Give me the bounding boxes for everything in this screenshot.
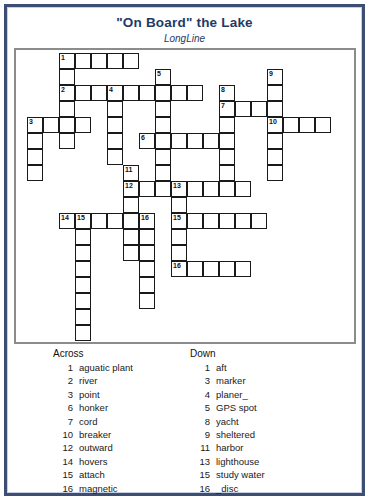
grid-cell[interactable] bbox=[75, 261, 91, 277]
grid-cell[interactable] bbox=[219, 117, 235, 133]
grid-cell[interactable]: 5 bbox=[155, 69, 171, 85]
grid-cell[interactable] bbox=[107, 53, 123, 69]
grid-cell[interactable] bbox=[283, 117, 299, 133]
clue-item: 3marker bbox=[190, 374, 265, 387]
cell-number: 4 bbox=[109, 86, 113, 94]
grid-cell[interactable] bbox=[123, 229, 139, 245]
grid-cell[interactable] bbox=[235, 181, 251, 197]
grid-cell[interactable] bbox=[107, 117, 123, 133]
grid-cell[interactable] bbox=[267, 149, 283, 165]
clue-item: 2river bbox=[53, 374, 133, 387]
grid-cell[interactable] bbox=[219, 133, 235, 149]
clue-item: 3point bbox=[53, 388, 133, 401]
clue-number: 7 bbox=[53, 415, 73, 428]
clue-text: honker bbox=[79, 401, 108, 414]
grid-cell[interactable] bbox=[235, 213, 251, 229]
puzzle-page: "On Board" the Lake LongLine 15924873106… bbox=[4, 4, 365, 496]
grid-cell[interactable]: 7 bbox=[219, 101, 235, 117]
grid-cell[interactable] bbox=[155, 133, 171, 149]
clue-item: 8yacht bbox=[190, 415, 265, 428]
clue-number: 3 bbox=[190, 374, 210, 387]
grid-cell[interactable] bbox=[171, 85, 187, 101]
clue-number: 6 bbox=[53, 401, 73, 414]
cell-number: 15 bbox=[173, 214, 181, 222]
grid-cell[interactable]: 11 bbox=[123, 165, 139, 181]
grid-cell[interactable]: 6 bbox=[139, 133, 155, 149]
grid-cell[interactable] bbox=[59, 69, 75, 85]
clue-text: breaker bbox=[79, 428, 111, 441]
grid-cell[interactable] bbox=[43, 117, 59, 133]
grid-cell[interactable] bbox=[75, 245, 91, 261]
clue-text: hovers bbox=[79, 455, 108, 468]
clue-text: _disc bbox=[216, 482, 238, 495]
grid-cell[interactable]: 2 bbox=[59, 85, 75, 101]
clue-text: cord bbox=[79, 415, 97, 428]
clue-number: 3 bbox=[53, 388, 73, 401]
clue-item: 16_disc bbox=[190, 482, 265, 495]
grid-cell[interactable] bbox=[59, 101, 75, 117]
grid-cell[interactable] bbox=[171, 245, 187, 261]
cell-number: 3 bbox=[29, 118, 33, 126]
grid-cell[interactable] bbox=[107, 213, 123, 229]
grid-cell[interactable] bbox=[75, 229, 91, 245]
grid-cell[interactable] bbox=[155, 117, 171, 133]
grid-cell[interactable] bbox=[219, 213, 235, 229]
grid-cell[interactable] bbox=[123, 245, 139, 261]
grid-cell[interactable]: 13 bbox=[171, 181, 187, 197]
grid-cell[interactable]: 14 bbox=[59, 213, 75, 229]
across-header: Across bbox=[53, 347, 133, 361]
grid-cell[interactable] bbox=[203, 261, 219, 277]
cell-number: 13 bbox=[173, 182, 181, 190]
grid-cell[interactable] bbox=[171, 197, 187, 213]
grid-cell[interactable] bbox=[27, 165, 43, 181]
across-clue-list: 1aguatic plant2river3point6honker7cord10… bbox=[53, 361, 133, 495]
clue-item: 1aguatic plant bbox=[53, 361, 133, 374]
clue-number: 9 bbox=[190, 428, 210, 441]
grid-cell[interactable] bbox=[171, 229, 187, 245]
grid-cell[interactable] bbox=[187, 133, 203, 149]
clue-text: aft bbox=[216, 361, 227, 374]
cell-number: 6 bbox=[141, 134, 145, 142]
grid-cell[interactable] bbox=[203, 213, 219, 229]
clue-number: 1 bbox=[190, 361, 210, 374]
down-clue-column: Down 1aft3marker4planer_5GPS spot8yacht9… bbox=[190, 347, 265, 495]
cell-number: 14 bbox=[61, 214, 69, 222]
clue-number: 1 bbox=[53, 361, 73, 374]
cell-number: 8 bbox=[221, 86, 225, 94]
grid-cell[interactable] bbox=[107, 101, 123, 117]
clue-item: 16magnetic bbox=[53, 482, 133, 495]
crossword-grid: 159248731061112131415161516 bbox=[27, 53, 331, 341]
clue-number: 13 bbox=[190, 455, 210, 468]
clue-item: 15study water bbox=[190, 468, 265, 481]
clue-number: 16 bbox=[190, 482, 210, 495]
grid-cell[interactable] bbox=[251, 213, 267, 229]
cell-number: 11 bbox=[125, 166, 132, 174]
grid-cell[interactable] bbox=[219, 261, 235, 277]
clue-number: 8 bbox=[190, 415, 210, 428]
grid-cell[interactable] bbox=[139, 181, 155, 197]
clue-item: 12outward bbox=[53, 441, 133, 454]
cell-number: 9 bbox=[269, 70, 273, 78]
grid-cell[interactable] bbox=[187, 181, 203, 197]
clue-text: marker bbox=[216, 374, 246, 387]
grid-cell[interactable] bbox=[187, 213, 203, 229]
cell-number: 16 bbox=[173, 262, 181, 270]
grid-cell[interactable]: 8 bbox=[219, 85, 235, 101]
clue-text: river bbox=[79, 374, 97, 387]
grid-cell[interactable] bbox=[59, 133, 75, 149]
clue-text: planer_ bbox=[216, 388, 248, 401]
grid-cell[interactable] bbox=[267, 85, 283, 101]
cell-number: 16 bbox=[141, 214, 149, 222]
grid-cell[interactable] bbox=[139, 229, 155, 245]
grid-cell[interactable] bbox=[27, 133, 43, 149]
clue-number: 15 bbox=[53, 468, 73, 481]
grid-cell[interactable] bbox=[123, 197, 139, 213]
clue-number: 11 bbox=[190, 441, 210, 454]
grid-cell[interactable] bbox=[139, 245, 155, 261]
grid-cell[interactable] bbox=[187, 85, 203, 101]
grid-cell[interactable] bbox=[267, 101, 283, 117]
cell-number: 7 bbox=[221, 102, 225, 110]
clue-number: 10 bbox=[53, 428, 73, 441]
grid-cell[interactable]: 15 bbox=[171, 213, 187, 229]
clue-text: GPS spot bbox=[216, 401, 257, 414]
clue-text: magnetic bbox=[79, 482, 118, 495]
grid-cell[interactable] bbox=[75, 117, 91, 133]
grid-cell[interactable] bbox=[75, 53, 91, 69]
cell-number: 5 bbox=[157, 70, 161, 78]
grid-cell[interactable] bbox=[123, 85, 139, 101]
grid-cell[interactable] bbox=[155, 181, 171, 197]
clue-number: 15 bbox=[190, 468, 210, 481]
grid-cell[interactable]: 9 bbox=[267, 69, 283, 85]
cell-number: 1 bbox=[61, 54, 65, 62]
grid-cell[interactable] bbox=[139, 85, 155, 101]
grid-cell[interactable] bbox=[91, 85, 107, 101]
grid-cell[interactable] bbox=[75, 85, 91, 101]
cell-number: 12 bbox=[125, 182, 133, 190]
grid-cell[interactable] bbox=[107, 133, 123, 149]
clue-item: 15attach bbox=[53, 468, 133, 481]
grid-cell[interactable] bbox=[219, 149, 235, 165]
grid-cell[interactable] bbox=[155, 165, 171, 181]
cell-number: 2 bbox=[61, 86, 65, 94]
grid-cell[interactable] bbox=[75, 309, 91, 325]
clue-number: 4 bbox=[190, 388, 210, 401]
clue-item: 4planer_ bbox=[190, 388, 265, 401]
clue-item: 14hovers bbox=[53, 455, 133, 468]
grid-cell[interactable] bbox=[315, 117, 331, 133]
grid-cell[interactable]: 16 bbox=[171, 261, 187, 277]
grid-cell[interactable] bbox=[139, 261, 155, 277]
clue-item: 13lighthouse bbox=[190, 455, 265, 468]
grid-cell[interactable] bbox=[75, 325, 91, 341]
grid-cell[interactable] bbox=[203, 133, 219, 149]
clue-item: 9sheltered bbox=[190, 428, 265, 441]
grid-cell[interactable] bbox=[155, 85, 171, 101]
clue-item: 11harbor bbox=[190, 441, 265, 454]
grid-cell[interactable] bbox=[155, 149, 171, 165]
clue-item: 5GPS spot bbox=[190, 401, 265, 414]
across-clue-column: Across 1aguatic plant2river3point6honker… bbox=[53, 347, 133, 495]
grid-cell[interactable] bbox=[75, 293, 91, 309]
grid-cell[interactable]: 16 bbox=[139, 213, 155, 229]
clue-item: 6honker bbox=[53, 401, 133, 414]
grid-cell[interactable] bbox=[171, 133, 187, 149]
grid-cell[interactable] bbox=[251, 101, 267, 117]
grid-cell[interactable] bbox=[187, 261, 203, 277]
cell-number: 15 bbox=[77, 214, 85, 222]
grid-cell[interactable] bbox=[235, 101, 251, 117]
grid-cell[interactable] bbox=[27, 149, 43, 165]
clue-text: outward bbox=[79, 441, 113, 454]
down-header: Down bbox=[190, 347, 265, 361]
grid-cell[interactable]: 10 bbox=[267, 117, 283, 133]
clue-text: point bbox=[79, 388, 100, 401]
clue-item: 10breaker bbox=[53, 428, 133, 441]
grid-cell[interactable] bbox=[267, 165, 283, 181]
grid-cell[interactable] bbox=[123, 213, 139, 229]
grid-cell[interactable] bbox=[107, 149, 123, 165]
puzzle-title: "On Board" the Lake bbox=[7, 15, 362, 30]
grid-cell[interactable]: 12 bbox=[123, 181, 139, 197]
grid-cell[interactable] bbox=[219, 165, 235, 181]
grid-cell[interactable] bbox=[155, 101, 171, 117]
grid-cell[interactable] bbox=[123, 53, 139, 69]
clue-number: 12 bbox=[53, 441, 73, 454]
grid-cell[interactable] bbox=[139, 293, 155, 309]
grid-cell[interactable]: 3 bbox=[27, 117, 43, 133]
cell-number: 10 bbox=[269, 118, 277, 126]
clue-number: 16 bbox=[53, 482, 73, 495]
clue-number: 5 bbox=[190, 401, 210, 414]
grid-cell[interactable] bbox=[139, 277, 155, 293]
grid-cell[interactable]: 15 bbox=[75, 213, 91, 229]
clue-item: 1aft bbox=[190, 361, 265, 374]
grid-cell[interactable] bbox=[235, 261, 251, 277]
puzzle-byline: LongLine bbox=[7, 33, 362, 44]
down-clue-list: 1aft3marker4planer_5GPS spot8yacht9shelt… bbox=[190, 361, 265, 495]
grid-cell[interactable] bbox=[91, 213, 107, 229]
grid-cell[interactable] bbox=[299, 117, 315, 133]
grid-cell[interactable] bbox=[91, 53, 107, 69]
grid-cell[interactable]: 4 bbox=[107, 85, 123, 101]
grid-cell[interactable] bbox=[75, 277, 91, 293]
clue-text: aguatic plant bbox=[79, 361, 133, 374]
clue-item: 7cord bbox=[53, 415, 133, 428]
grid-cell[interactable] bbox=[219, 181, 235, 197]
clue-text: sheltered bbox=[216, 428, 255, 441]
clue-text: yacht bbox=[216, 415, 239, 428]
clue-text: attach bbox=[79, 468, 105, 481]
clue-text: study water bbox=[216, 468, 265, 481]
clue-number: 2 bbox=[53, 374, 73, 387]
grid-cell[interactable] bbox=[267, 133, 283, 149]
grid-cell[interactable] bbox=[203, 181, 219, 197]
clue-text: lighthouse bbox=[216, 455, 259, 468]
grid-cell[interactable]: 1 bbox=[59, 53, 75, 69]
crossword-grid-box: 159248731061112131415161516 bbox=[14, 48, 356, 344]
grid-cell[interactable] bbox=[59, 117, 75, 133]
clue-text: harbor bbox=[216, 441, 243, 454]
clue-number: 14 bbox=[53, 455, 73, 468]
